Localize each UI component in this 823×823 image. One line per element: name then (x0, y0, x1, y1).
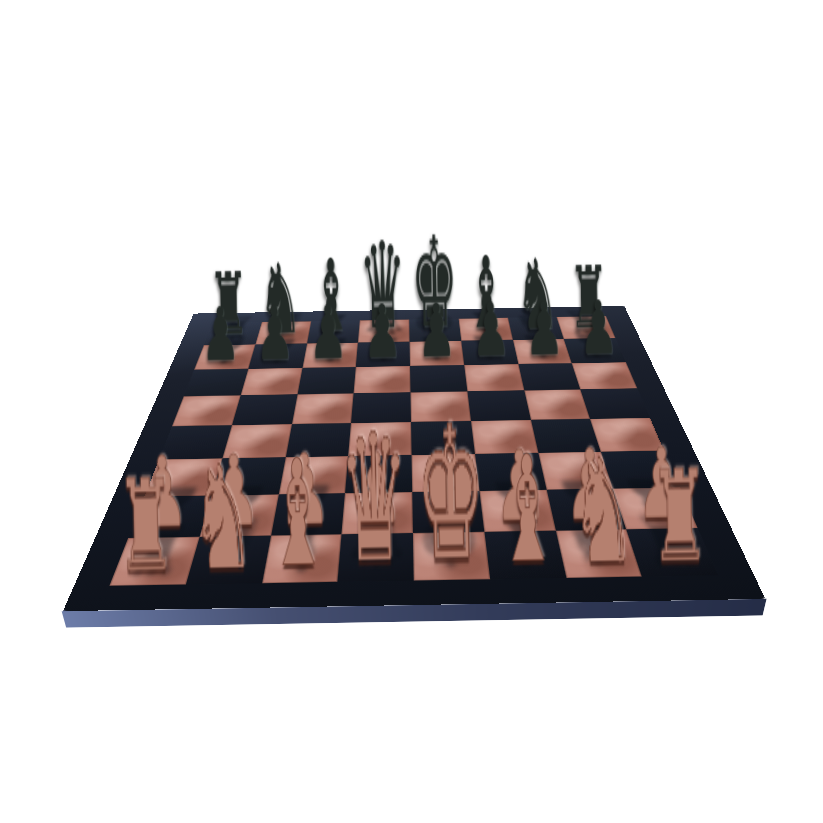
square-g7: ♟♟ (513, 339, 572, 364)
square-e7: ♟♟ (410, 341, 464, 366)
square-d7: ♟♟ (356, 342, 410, 367)
square-h7: ♟♟ (564, 338, 626, 363)
red-bishop-f1: ♝ (496, 441, 558, 581)
square-a7: ♟♟ (194, 344, 255, 369)
square-b5 (232, 394, 297, 425)
square-b7: ♟♟ (248, 343, 307, 368)
square-g1: ♞♞ (555, 530, 642, 578)
red-queen-d1: ♛ (338, 415, 410, 584)
chess-board: ♜♜♞♞♝♝♛♛♚♚♝♝♞♞♜♜♟♟♟♟♟♟♟♟♟♟♟♟♟♟♟♟♟♟♟♟♟♟♟♟… (63, 306, 765, 611)
red-rook-a1: ♜ (115, 467, 177, 588)
square-e1: ♚♚ (413, 532, 490, 580)
square-f7: ♟♟ (461, 340, 518, 365)
square-g6 (518, 363, 581, 391)
square-a6 (184, 369, 248, 397)
black-pawn-c7: ♟ (308, 298, 348, 369)
red-knight-b1: ♞ (189, 449, 255, 586)
square-d1: ♛♛ (338, 533, 414, 582)
square-c1: ♝♝ (262, 535, 342, 584)
red-rook-h1: ♜ (649, 457, 711, 578)
red-bishop-c1: ♝ (267, 445, 329, 585)
red-king-e1: ♚ (415, 406, 487, 582)
black-pawn-h7: ♟ (578, 293, 618, 364)
square-d6 (354, 366, 411, 394)
red-knight-g1: ♞ (570, 443, 636, 580)
square-g5 (524, 389, 590, 419)
board-grid: ♜♜♞♞♝♝♛♛♚♚♝♝♞♞♜♜♟♟♟♟♟♟♟♟♟♟♟♟♟♟♟♟♟♟♟♟♟♟♟♟… (109, 316, 718, 586)
square-h1: ♜♜ (627, 528, 719, 576)
square-a1: ♜♜ (109, 537, 199, 586)
square-c6 (297, 367, 356, 395)
black-pawn-g7: ♟ (524, 294, 564, 365)
black-pawn-a7: ♟ (200, 299, 240, 370)
square-h6 (572, 362, 637, 389)
black-pawn-f7: ♟ (470, 295, 510, 366)
square-b6 (240, 368, 302, 396)
board-front-edge (62, 599, 767, 628)
square-a5 (172, 395, 240, 426)
black-pawn-e7: ♟ (416, 296, 456, 367)
black-pawn-d7: ♟ (362, 297, 402, 368)
black-pawn-b7: ♟ (254, 299, 294, 370)
square-f1: ♝♝ (484, 531, 566, 579)
square-h5 (581, 389, 650, 419)
square-c7: ♟♟ (302, 342, 358, 367)
square-b1: ♞♞ (186, 536, 271, 585)
chess-set-photo: ♜♜♞♞♝♝♛♛♚♚♝♝♞♞♜♜♟♟♟♟♟♟♟♟♟♟♟♟♟♟♟♟♟♟♟♟♟♟♟♟… (0, 0, 823, 823)
